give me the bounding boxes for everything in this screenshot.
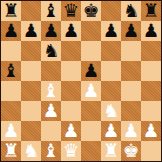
piece-white-queen[interactable]: ♛	[63, 141, 80, 161]
square-g4[interactable]	[121, 81, 141, 101]
square-h7[interactable]: ♟	[141, 21, 161, 41]
square-g5[interactable]	[121, 61, 141, 81]
square-a2[interactable]: ♟	[1, 121, 21, 141]
square-h6[interactable]	[141, 41, 161, 61]
square-f8[interactable]	[101, 1, 121, 21]
square-f3[interactable]: ♞	[101, 101, 121, 121]
square-g6[interactable]	[121, 41, 141, 61]
piece-black-pawn[interactable]: ♟	[123, 21, 140, 41]
square-c4[interactable]: ♝	[41, 81, 61, 101]
piece-black-knight[interactable]: ♞	[123, 1, 140, 21]
piece-white-rook[interactable]: ♜	[3, 141, 20, 161]
piece-black-king[interactable]: ♚	[83, 1, 100, 21]
square-e6[interactable]	[81, 41, 101, 61]
square-e5[interactable]: ♟	[81, 61, 101, 81]
piece-white-pawn[interactable]: ♟	[43, 101, 60, 121]
square-c7[interactable]: ♟	[41, 21, 61, 41]
square-e4[interactable]: ♟	[81, 81, 101, 101]
square-d3[interactable]	[61, 101, 81, 121]
piece-black-pawn[interactable]: ♟	[3, 21, 20, 41]
piece-white-pawn[interactable]: ♟	[143, 121, 160, 141]
piece-black-knight[interactable]: ♞	[43, 41, 60, 61]
square-d4[interactable]	[61, 81, 81, 101]
square-c2[interactable]	[41, 121, 61, 141]
square-g1[interactable]: ♚	[121, 141, 141, 161]
square-c6[interactable]: ♞	[41, 41, 61, 61]
piece-black-pawn[interactable]: ♟	[103, 21, 120, 41]
square-d7[interactable]: ♟	[61, 21, 81, 41]
square-f2[interactable]: ♟	[101, 121, 121, 141]
square-e7[interactable]	[81, 21, 101, 41]
piece-white-pawn[interactable]: ♟	[3, 121, 20, 141]
piece-white-pawn[interactable]: ♟	[63, 121, 80, 141]
piece-black-pawn[interactable]: ♟	[83, 61, 100, 81]
square-b1[interactable]: ♞	[21, 141, 41, 161]
piece-black-rook[interactable]: ♜	[3, 1, 20, 21]
square-e3[interactable]	[81, 101, 101, 121]
square-f7[interactable]: ♟	[101, 21, 121, 41]
square-a4[interactable]	[1, 81, 21, 101]
square-f5[interactable]	[101, 61, 121, 81]
square-e8[interactable]: ♚	[81, 1, 101, 21]
square-a8[interactable]: ♜	[1, 1, 21, 21]
piece-black-pawn[interactable]: ♟	[43, 21, 60, 41]
piece-black-pawn[interactable]: ♟	[23, 21, 40, 41]
square-d2[interactable]: ♟	[61, 121, 81, 141]
square-h3[interactable]	[141, 101, 161, 121]
square-d1[interactable]: ♛	[61, 141, 81, 161]
square-a3[interactable]	[1, 101, 21, 121]
square-b8[interactable]	[21, 1, 41, 21]
piece-white-pawn[interactable]: ♟	[83, 81, 100, 101]
piece-black-bishop[interactable]: ♝	[3, 61, 20, 81]
square-h2[interactable]: ♟	[141, 121, 161, 141]
square-e1[interactable]	[81, 141, 101, 161]
piece-white-king[interactable]: ♚	[123, 141, 140, 161]
piece-white-knight[interactable]: ♞	[103, 101, 120, 121]
piece-black-rook[interactable]: ♜	[143, 1, 160, 21]
square-c3[interactable]: ♟	[41, 101, 61, 121]
square-g3[interactable]	[121, 101, 141, 121]
square-a7[interactable]: ♟	[1, 21, 21, 41]
square-h8[interactable]: ♜	[141, 1, 161, 21]
square-b4[interactable]	[21, 81, 41, 101]
square-b6[interactable]	[21, 41, 41, 61]
square-f4[interactable]	[101, 81, 121, 101]
piece-white-pawn[interactable]: ♟	[103, 121, 120, 141]
square-c5[interactable]	[41, 61, 61, 81]
square-f6[interactable]	[101, 41, 121, 61]
piece-white-knight[interactable]: ♞	[23, 141, 40, 161]
square-b7[interactable]: ♟	[21, 21, 41, 41]
piece-black-bishop[interactable]: ♝	[43, 1, 60, 21]
square-a5[interactable]: ♝	[1, 61, 21, 81]
square-g7[interactable]: ♟	[121, 21, 141, 41]
piece-white-bishop[interactable]: ♝	[43, 81, 60, 101]
piece-white-rook[interactable]: ♜	[103, 141, 120, 161]
square-g2[interactable]: ♟	[121, 121, 141, 141]
square-d6[interactable]	[61, 41, 81, 61]
square-b3[interactable]	[21, 101, 41, 121]
square-b2[interactable]	[21, 121, 41, 141]
square-d8[interactable]: ♛	[61, 1, 81, 21]
square-b5[interactable]	[21, 61, 41, 81]
square-h5[interactable]	[141, 61, 161, 81]
piece-white-pawn[interactable]: ♟	[123, 121, 140, 141]
chess-board: ♜♝♛♚♞♜♟♟♟♟♟♟♟♞♝♟♝♟♟♞♟♟♟♟♟♜♞♝♛♜♚	[0, 0, 162, 162]
square-c8[interactable]: ♝	[41, 1, 61, 21]
piece-black-queen[interactable]: ♛	[63, 1, 80, 21]
square-h1[interactable]	[141, 141, 161, 161]
piece-white-bishop[interactable]: ♝	[43, 141, 60, 161]
square-g8[interactable]: ♞	[121, 1, 141, 21]
square-a6[interactable]	[1, 41, 21, 61]
square-a1[interactable]: ♜	[1, 141, 21, 161]
square-d5[interactable]	[61, 61, 81, 81]
square-f1[interactable]: ♜	[101, 141, 121, 161]
piece-black-pawn[interactable]: ♟	[63, 21, 80, 41]
square-h4[interactable]	[141, 81, 161, 101]
square-c1[interactable]: ♝	[41, 141, 61, 161]
square-e2[interactable]	[81, 121, 101, 141]
piece-black-pawn[interactable]: ♟	[143, 21, 160, 41]
